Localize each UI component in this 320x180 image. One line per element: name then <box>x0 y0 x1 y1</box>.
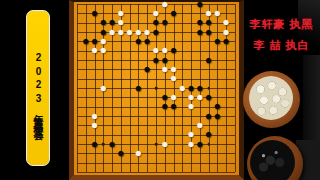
event-banner: 2023年第五届智运会 <box>26 10 50 166</box>
white-stone[interactable]: ● <box>187 102 196 111</box>
white-stones-in-bowl <box>249 76 293 120</box>
white-stone[interactable]: ● <box>160 0 169 9</box>
black-stone[interactable]: ● <box>213 111 222 120</box>
white-stone[interactable]: ● <box>99 83 108 92</box>
screenshot-root: 2023年第五届智运会 ●●●●●●●●●●●●●●●●●●●●●●●●●●●●… <box>0 0 320 180</box>
white-stone[interactable]: ● <box>195 121 204 130</box>
white-stone-bowl <box>243 71 300 128</box>
black-stone[interactable]: ● <box>116 149 125 158</box>
white-player-label: 李 喆 执白 <box>243 38 320 53</box>
white-stone[interactable]: ● <box>169 74 178 83</box>
black-stone[interactable]: ● <box>152 27 161 36</box>
black-stone[interactable]: ● <box>134 37 143 46</box>
black-stone[interactable]: ● <box>160 102 169 111</box>
black-stone[interactable]: ● <box>134 83 143 92</box>
board-stones-grid: ●●●●●●●●●●●●●●●●●●●●●●●●●●●●●●●●●●●●●●●●… <box>73 0 240 177</box>
black-stone[interactable]: ● <box>90 139 99 148</box>
black-stone-bowl <box>247 136 303 180</box>
black-stone[interactable]: ● <box>169 9 178 18</box>
black-stone[interactable]: ● <box>204 93 213 102</box>
black-stone[interactable]: ● <box>213 37 222 46</box>
go-board[interactable]: ●●●●●●●●●●●●●●●●●●●●●●●●●●●●●●●●●●●●●●●●… <box>69 0 244 180</box>
white-stone[interactable]: ● <box>160 139 169 148</box>
black-player-label: 李轩豪 执黑 <box>243 17 320 32</box>
black-stone[interactable]: ● <box>195 27 204 36</box>
black-stone[interactable]: ● <box>108 139 117 148</box>
black-stone[interactable]: ● <box>222 37 231 46</box>
black-stone[interactable]: ● <box>90 9 99 18</box>
black-stone[interactable]: ● <box>160 18 169 27</box>
black-stone[interactable]: ● <box>204 27 213 36</box>
white-stone[interactable]: ● <box>90 46 99 55</box>
black-stone[interactable]: ● <box>143 37 152 46</box>
black-stone[interactable]: ● <box>143 65 152 74</box>
white-stone[interactable]: ● <box>108 27 117 36</box>
black-stone[interactable]: ● <box>204 55 213 64</box>
white-stone[interactable]: ● <box>195 93 204 102</box>
white-stone[interactable]: ● <box>90 121 99 130</box>
white-stone[interactable]: ● <box>116 27 125 36</box>
white-stone[interactable]: ● <box>187 139 196 148</box>
white-stone[interactable]: ● <box>125 27 134 36</box>
white-stone[interactable]: ● <box>160 65 169 74</box>
black-stone[interactable]: ● <box>204 130 213 139</box>
black-stone[interactable]: ● <box>152 55 161 64</box>
black-stones-in-bowl <box>250 140 295 180</box>
black-stone[interactable]: ● <box>81 37 90 46</box>
black-stone[interactable]: ● <box>204 111 213 120</box>
white-stone[interactable]: ● <box>99 46 108 55</box>
black-stone[interactable]: ● <box>195 0 204 9</box>
white-stone[interactable]: ● <box>213 9 222 18</box>
black-stone[interactable]: ● <box>169 102 178 111</box>
black-stone[interactable]: ● <box>195 139 204 148</box>
white-stone[interactable]: ● <box>134 149 143 158</box>
black-stone[interactable]: ● <box>169 46 178 55</box>
white-stone[interactable]: ● <box>178 83 187 92</box>
event-banner-text: 2023年第五届智运会 <box>33 52 43 125</box>
